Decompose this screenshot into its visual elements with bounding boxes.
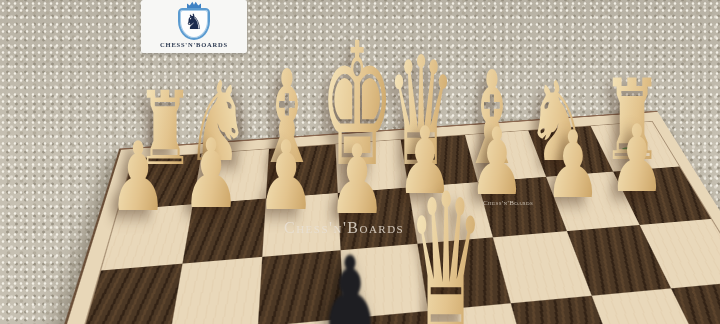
photo-stage: Chess'n'Boards Chess'n'Boards ♜ ♞ ♝ ♚ ♛ …: [0, 0, 720, 324]
crown-icon: [187, 1, 201, 8]
brand-logo-card: ♞ Chess'n'Boards: [141, 0, 247, 53]
piece-white-pawn-a2: ♟: [608, 141, 665, 205]
brand-logo-text: Chess'n'Boards: [160, 41, 228, 48]
square-g3: [170, 257, 262, 324]
piece-white-queen-d4: ♛: [397, 246, 496, 324]
piece-black-pawn-e5: ♟: [320, 277, 379, 324]
piece-white-pawn-g2: ♟: [181, 157, 240, 223]
square-h3: [80, 264, 182, 324]
piece-white-pawn-f2: ♟: [256, 159, 315, 225]
shield-knight-icon: ♞: [178, 8, 210, 40]
watermark-small: Chess'n'Boards: [483, 199, 533, 207]
piece-white-pawn-h2: ♟: [108, 160, 167, 226]
knight-glyph: ♞: [185, 12, 204, 33]
piece-white-pawn-b2: ♟: [544, 147, 601, 211]
